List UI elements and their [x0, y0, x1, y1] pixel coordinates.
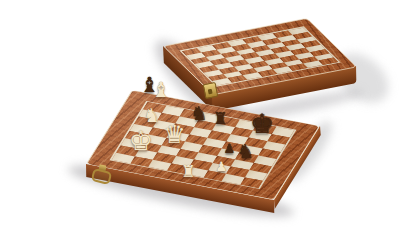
chess-set-product-photo: ♝♝♞♜♚♞♛♟♞♚♟♜ [0, 0, 400, 240]
brass-clasp-icon [203, 82, 219, 99]
